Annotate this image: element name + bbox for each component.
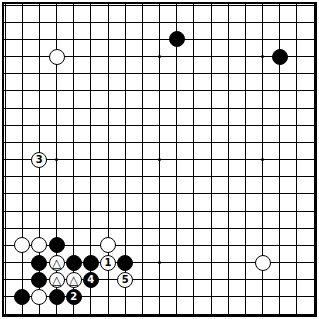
stone-black (117, 255, 133, 271)
stone-black (272, 49, 288, 65)
stone-black-move-4: 4 (83, 272, 99, 288)
grid-line-horizontal (4, 211, 315, 212)
hoshi-point (158, 261, 161, 264)
stone-black (49, 289, 65, 305)
stone-white-move-3: 3 (31, 152, 47, 168)
go-diagram: 3△1△△452 (0, 0, 319, 319)
triangle-mark-icon: △ (69, 273, 78, 285)
stone-white-move-5: 5 (117, 272, 133, 288)
stone-white-move-1: 1 (100, 255, 116, 271)
move-number-label: 3 (36, 155, 43, 165)
stone-white-triangle: △ (49, 272, 65, 288)
move-number-label: 5 (122, 275, 129, 285)
stone-black (169, 31, 185, 47)
stone-black (31, 255, 47, 271)
grid-line-vertical (245, 4, 246, 315)
stone-black (31, 272, 47, 288)
hoshi-point (158, 55, 161, 58)
grid-line-vertical (193, 4, 194, 315)
hoshi-point (158, 158, 161, 161)
grid-line-vertical (314, 4, 315, 315)
stone-white-triangle: △ (49, 255, 65, 271)
move-number-label: 2 (70, 292, 77, 302)
grid-line-vertical (211, 4, 212, 315)
stone-black (14, 289, 30, 305)
grid-line-horizontal (4, 314, 315, 315)
grid-line-horizontal (4, 176, 315, 177)
triangle-mark-icon: △ (52, 273, 61, 285)
hoshi-point (55, 158, 58, 161)
triangle-mark-icon: △ (52, 256, 61, 268)
grid-line-horizontal (4, 193, 315, 194)
stone-white-triangle: △ (66, 272, 82, 288)
stone-black (66, 255, 82, 271)
stone-black (49, 237, 65, 253)
grid-line-horizontal (4, 228, 315, 229)
stone-black-move-2: 2 (66, 289, 82, 305)
stone-white (255, 255, 271, 271)
move-number-label: 4 (87, 275, 94, 285)
grid-line-vertical (176, 4, 177, 315)
grid-line-vertical (228, 4, 229, 315)
stone-white (49, 49, 65, 65)
hoshi-point (261, 158, 264, 161)
grid-line-vertical (296, 4, 297, 315)
hoshi-point (261, 55, 264, 58)
stone-black (83, 255, 99, 271)
move-number-label: 1 (105, 258, 112, 268)
